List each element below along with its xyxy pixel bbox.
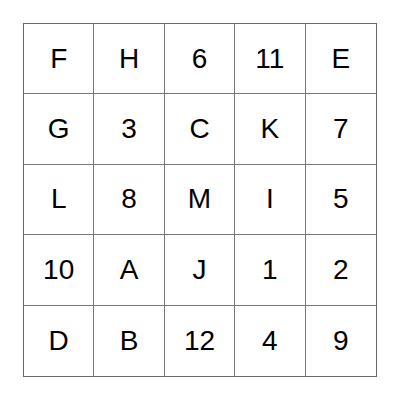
grid-cell-r2c4[interactable]: K bbox=[235, 94, 305, 164]
grid-cell-r5c1[interactable]: D bbox=[24, 306, 94, 376]
grid-cell-r2c2[interactable]: 3 bbox=[94, 94, 164, 164]
grid-cell-r5c5[interactable]: 9 bbox=[306, 306, 376, 376]
grid-cell-r2c3[interactable]: C bbox=[165, 94, 235, 164]
grid-cell-r1c1[interactable]: F bbox=[24, 24, 94, 94]
grid-cell-r3c5[interactable]: 5 bbox=[306, 165, 376, 235]
grid-cell-r1c4[interactable]: 11 bbox=[235, 24, 305, 94]
grid-cell-r3c2[interactable]: 8 bbox=[94, 165, 164, 235]
grid-cell-r5c3[interactable]: 12 bbox=[165, 306, 235, 376]
grid-cell-r4c2[interactable]: A bbox=[94, 235, 164, 305]
grid-cell-r3c1[interactable]: L bbox=[24, 165, 94, 235]
grid-cell-r5c4[interactable]: 4 bbox=[235, 306, 305, 376]
grid-cell-r2c1[interactable]: G bbox=[24, 94, 94, 164]
grid-cell-r4c1[interactable]: 10 bbox=[24, 235, 94, 305]
grid-cell-r1c5[interactable]: E bbox=[306, 24, 376, 94]
grid-cell-r1c3[interactable]: 6 bbox=[165, 24, 235, 94]
grid-cell-r3c3[interactable]: M bbox=[165, 165, 235, 235]
grid-cell-r2c5[interactable]: 7 bbox=[306, 94, 376, 164]
grid-cell-r5c2[interactable]: B bbox=[94, 306, 164, 376]
grid-cell-r1c2[interactable]: H bbox=[94, 24, 164, 94]
grid-cell-r4c4[interactable]: 1 bbox=[235, 235, 305, 305]
board: FH611EG3CK7L8MI510AJ12DB1249 bbox=[23, 23, 377, 377]
grid-cell-r4c5[interactable]: 2 bbox=[306, 235, 376, 305]
grid-cell-r3c4[interactable]: I bbox=[235, 165, 305, 235]
grid-cell-r4c3[interactable]: J bbox=[165, 235, 235, 305]
